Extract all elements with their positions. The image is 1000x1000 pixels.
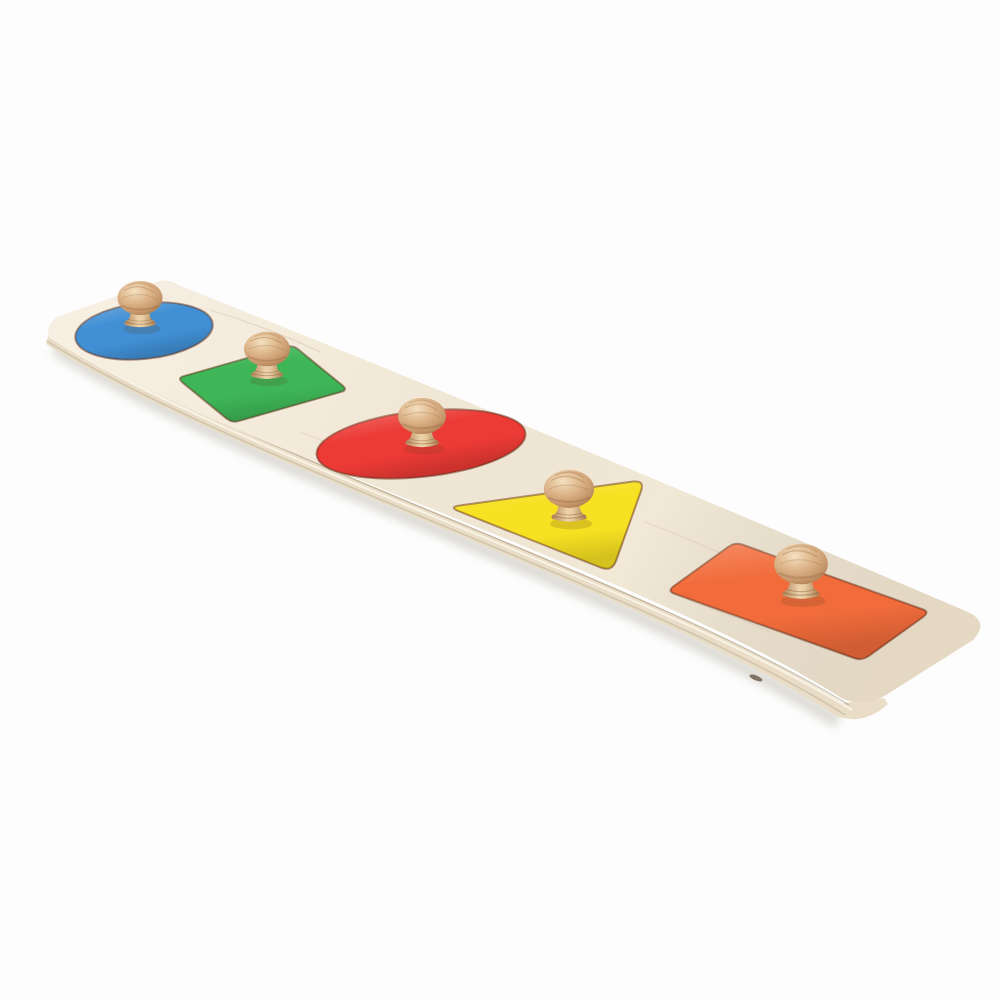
product-photo-scene bbox=[0, 0, 1000, 1000]
puzzle-board-photo bbox=[0, 0, 1000, 1000]
